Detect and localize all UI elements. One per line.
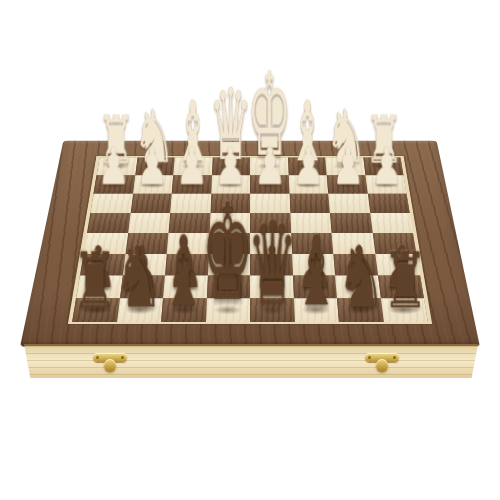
case-front-panel: [24, 344, 478, 378]
white-pawn: ♟: [332, 141, 364, 192]
dark-knight: ♞: [114, 235, 163, 320]
square-r7c7: ♜: [380, 298, 427, 322]
dark-queen: ♛: [247, 206, 297, 320]
square-r2c7: [367, 194, 409, 213]
white-pawn: ♟: [371, 141, 403, 192]
dark-bishop: ♝: [161, 224, 205, 320]
clasp-knob-icon: [104, 359, 116, 372]
square-r1c0: ♟: [93, 175, 134, 193]
board-squares-grid: ♜♞♝♛♚♝♞♜♟♟♟♟♟♟♟♟♟♟♟♟♟♟♟♟♜♞♝♚♛♝♞♜: [72, 158, 428, 322]
brass-clasp-right: [365, 351, 399, 373]
square-r7c6: ♞: [337, 298, 383, 322]
square-r7c0: ♜: [72, 298, 119, 322]
dark-bishop: ♝: [295, 224, 339, 320]
square-r7c4: ♛: [250, 298, 294, 322]
dark-rook: ♜: [72, 243, 117, 319]
square-r7c2: ♝: [161, 298, 206, 322]
clasp-knob-icon: [376, 359, 388, 372]
dark-rook: ♜: [383, 243, 428, 319]
chess-set-product-photo: ♜♞♝♛♚♝♞♜♟♟♟♟♟♟♟♟♟♟♟♟♟♟♟♟♜♞♝♚♛♝♞♜: [0, 0, 500, 500]
white-pawn: ♟: [293, 141, 325, 192]
square-r2c0: [90, 194, 132, 213]
square-r1c7: ♟: [365, 175, 406, 193]
white-pawn: ♟: [254, 141, 286, 192]
square-r1c1: ♟: [133, 175, 174, 193]
square-r1c4: ♟: [250, 175, 289, 193]
square-r7c3: ♚: [206, 298, 250, 322]
square-r7c1: ♞: [117, 298, 163, 322]
dark-knight: ♞: [337, 235, 386, 320]
square-r2c1: [130, 194, 172, 213]
brass-clasp-left: [93, 351, 127, 373]
square-r1c5: ♟: [288, 175, 328, 193]
white-pawn: ♟: [136, 141, 168, 192]
dark-king: ♚: [202, 187, 254, 320]
square-r7c5: ♝: [293, 298, 338, 322]
square-r1c6: ♟: [327, 175, 368, 193]
white-pawn: ♟: [97, 141, 129, 192]
chess-board: ♜♞♝♛♚♝♞♜♟♟♟♟♟♟♟♟♟♟♟♟♟♟♟♟♜♞♝♚♛♝♞♜: [20, 141, 480, 347]
square-r2c6: [328, 194, 370, 213]
board-walnut-frame: ♜♞♝♛♚♝♞♜♟♟♟♟♟♟♟♟♟♟♟♟♟♟♟♟♜♞♝♚♛♝♞♜: [20, 141, 480, 347]
